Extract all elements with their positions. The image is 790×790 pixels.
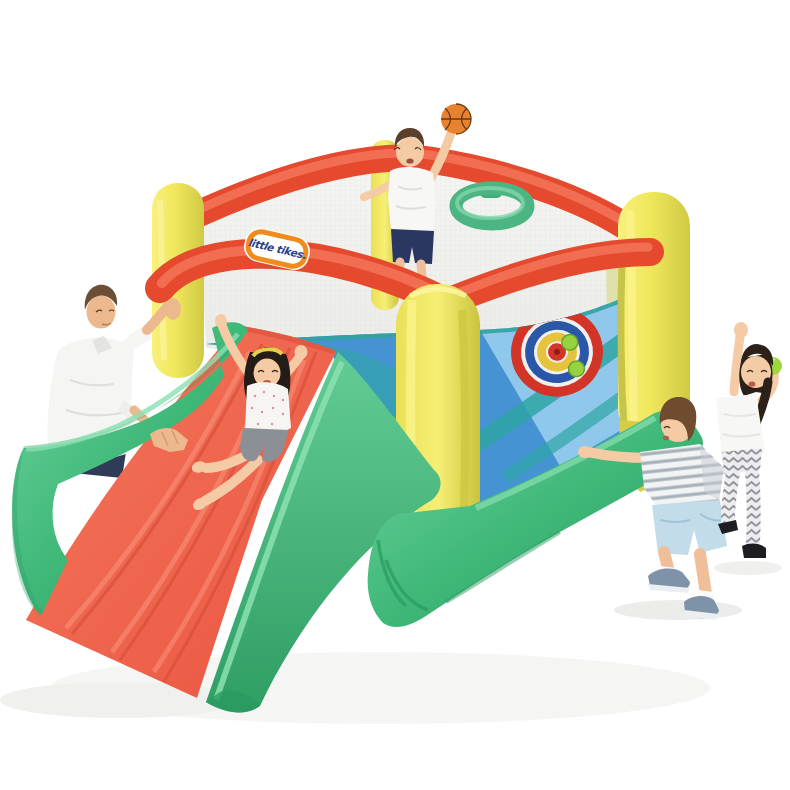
bounce-house-scene: little tikes. [0, 0, 790, 790]
girl-right-flat-shoe [742, 544, 766, 558]
girl-right [716, 322, 782, 558]
product-photo: little tikes. [0, 0, 790, 790]
girl-right-shirt [716, 394, 765, 458]
boy-inside-shirt [388, 167, 436, 233]
girl-right-raised-arm [734, 336, 740, 392]
man-hand-on-post [165, 298, 181, 320]
